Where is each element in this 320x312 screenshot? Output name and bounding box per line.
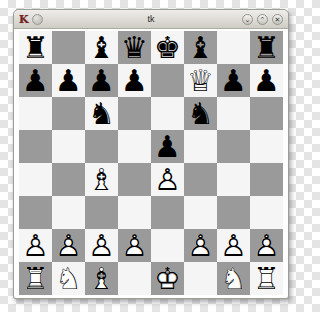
- square-b6[interactable]: [52, 97, 85, 130]
- white-pawn-piece: ♟♙: [118, 229, 151, 262]
- square-b3[interactable]: [52, 196, 85, 229]
- square-e5[interactable]: ♟: [151, 130, 184, 163]
- square-f6[interactable]: ♞: [184, 97, 217, 130]
- square-g4[interactable]: [217, 163, 250, 196]
- square-b8[interactable]: [52, 31, 85, 64]
- black-piece-glyph: ♜: [19, 31, 52, 64]
- white-rook-piece: ♜♖: [19, 262, 52, 295]
- white-piece-outline-glyph: ♘: [217, 262, 250, 295]
- square-c6[interactable]: ♞: [85, 97, 118, 130]
- square-c1[interactable]: ♝♗: [85, 262, 118, 295]
- square-h6[interactable]: [250, 97, 283, 130]
- black-piece-glyph: ♞: [85, 97, 118, 130]
- white-piece-outline-glyph: ♙: [118, 229, 151, 262]
- black-pawn-piece: ♟: [118, 64, 151, 97]
- square-a8[interactable]: ♜: [19, 31, 52, 64]
- black-piece-glyph: ♝: [85, 31, 118, 64]
- maximize-button[interactable]: ⌃: [257, 14, 268, 25]
- square-h5[interactable]: [250, 130, 283, 163]
- black-rook-piece: ♜: [250, 31, 283, 64]
- square-h4[interactable]: [250, 163, 283, 196]
- black-piece-glyph: ♟: [217, 64, 250, 97]
- square-h7[interactable]: ♟: [250, 64, 283, 97]
- black-bishop-piece: ♝: [184, 31, 217, 64]
- white-piece-outline-glyph: ♖: [19, 262, 52, 295]
- white-pawn-piece: ♟♙: [85, 229, 118, 262]
- white-piece-outline-glyph: ♙: [151, 163, 184, 196]
- square-e1[interactable]: ♚♔: [151, 262, 184, 295]
- square-g6[interactable]: [217, 97, 250, 130]
- black-pawn-piece: ♟: [217, 64, 250, 97]
- square-f2[interactable]: ♟♙: [184, 229, 217, 262]
- square-h2[interactable]: ♟♙: [250, 229, 283, 262]
- square-c5[interactable]: [85, 130, 118, 163]
- black-king-piece: ♚: [151, 31, 184, 64]
- square-h1[interactable]: ♜♖: [250, 262, 283, 295]
- white-knight-piece: ♞♘: [217, 262, 250, 295]
- square-d6[interactable]: [118, 97, 151, 130]
- white-bishop-piece: ♝♗: [85, 262, 118, 295]
- black-piece-glyph: ♝: [184, 31, 217, 64]
- black-piece-glyph: ♜: [250, 31, 283, 64]
- square-f4[interactable]: [184, 163, 217, 196]
- square-g2[interactable]: ♟♙: [217, 229, 250, 262]
- white-piece-outline-glyph: ♙: [85, 229, 118, 262]
- white-queen-piece: ♛♕: [184, 64, 217, 97]
- white-rook-piece: ♜♖: [250, 262, 283, 295]
- black-knight-piece: ♞: [184, 97, 217, 130]
- square-d4[interactable]: [118, 163, 151, 196]
- square-a1[interactable]: ♜♖: [19, 262, 52, 295]
- white-piece-outline-glyph: ♔: [151, 262, 184, 295]
- square-e8[interactable]: ♚: [151, 31, 184, 64]
- square-g5[interactable]: [217, 130, 250, 163]
- black-piece-glyph: ♞: [184, 97, 217, 130]
- black-pawn-piece: ♟: [19, 64, 52, 97]
- square-b1[interactable]: ♞♘: [52, 262, 85, 295]
- white-piece-outline-glyph: ♙: [217, 229, 250, 262]
- white-piece-outline-glyph: ♖: [250, 262, 283, 295]
- square-e7[interactable]: [151, 64, 184, 97]
- tk-logo-icon: K: [19, 14, 29, 25]
- white-king-piece: ♚♔: [151, 262, 184, 295]
- white-pawn-piece: ♟♙: [52, 229, 85, 262]
- square-a7[interactable]: ♟: [19, 64, 52, 97]
- square-f7[interactable]: ♛♕: [184, 64, 217, 97]
- minimize-button[interactable]: ⌄: [242, 14, 253, 25]
- square-f1[interactable]: [184, 262, 217, 295]
- square-d8[interactable]: ♛: [118, 31, 151, 64]
- square-b4[interactable]: [52, 163, 85, 196]
- white-bishop-piece: ♝♗: [85, 163, 118, 196]
- square-e2[interactable]: [151, 229, 184, 262]
- white-piece-outline-glyph: ♘: [52, 262, 85, 295]
- black-pawn-piece: ♟: [250, 64, 283, 97]
- black-piece-glyph: ♟: [85, 64, 118, 97]
- square-a6[interactable]: [19, 97, 52, 130]
- close-button[interactable]: ✕: [272, 14, 283, 25]
- square-h3[interactable]: [250, 196, 283, 229]
- square-b7[interactable]: ♟: [52, 64, 85, 97]
- white-piece-outline-glyph: ♙: [19, 229, 52, 262]
- black-piece-glyph: ♟: [118, 64, 151, 97]
- window-menu-icon[interactable]: [32, 14, 43, 25]
- square-g3[interactable]: [217, 196, 250, 229]
- square-d2[interactable]: ♟♙: [118, 229, 151, 262]
- square-d5[interactable]: [118, 130, 151, 163]
- title-bar[interactable]: K tk ⌄ ⌃ ✕: [14, 10, 288, 29]
- white-pawn-piece: ♟♙: [184, 229, 217, 262]
- square-c8[interactable]: ♝: [85, 31, 118, 64]
- square-c2[interactable]: ♟♙: [85, 229, 118, 262]
- square-h8[interactable]: ♜: [250, 31, 283, 64]
- square-d1[interactable]: [118, 262, 151, 295]
- window-controls: ⌄ ⌃ ✕: [242, 14, 283, 25]
- square-c7[interactable]: ♟: [85, 64, 118, 97]
- white-piece-outline-glyph: ♙: [250, 229, 283, 262]
- square-a2[interactable]: ♟♙: [19, 229, 52, 262]
- black-knight-piece: ♞: [85, 97, 118, 130]
- black-rook-piece: ♜: [19, 31, 52, 64]
- white-pawn-piece: ♟♙: [250, 229, 283, 262]
- white-piece-outline-glyph: ♕: [184, 64, 217, 97]
- black-queen-piece: ♛: [118, 31, 151, 64]
- chess-board: ♜♝♛♚♝♜♟♟♟♟♛♕♟♟♞♞♟♝♗♟♙♟♙♟♙♟♙♟♙♟♙♟♙♟♙♜♖♞♘♝…: [19, 31, 283, 295]
- square-f5[interactable]: [184, 130, 217, 163]
- square-a3[interactable]: [19, 196, 52, 229]
- square-b2[interactable]: ♟♙: [52, 229, 85, 262]
- square-b5[interactable]: [52, 130, 85, 163]
- white-piece-outline-glyph: ♙: [52, 229, 85, 262]
- square-d3[interactable]: [118, 196, 151, 229]
- black-piece-glyph: ♟: [19, 64, 52, 97]
- square-g1[interactable]: ♞♘: [217, 262, 250, 295]
- square-a5[interactable]: [19, 130, 52, 163]
- white-pawn-piece: ♟♙: [19, 229, 52, 262]
- square-g8[interactable]: [217, 31, 250, 64]
- square-e6[interactable]: [151, 97, 184, 130]
- white-piece-outline-glyph: ♗: [85, 163, 118, 196]
- black-pawn-piece: ♟: [85, 64, 118, 97]
- square-f3[interactable]: [184, 196, 217, 229]
- black-piece-glyph: ♛: [118, 31, 151, 64]
- white-piece-outline-glyph: ♗: [85, 262, 118, 295]
- square-e3[interactable]: [151, 196, 184, 229]
- square-d7[interactable]: ♟: [118, 64, 151, 97]
- black-pawn-piece: ♟: [151, 130, 184, 163]
- white-piece-outline-glyph: ♙: [184, 229, 217, 262]
- square-c3[interactable]: [85, 196, 118, 229]
- desktop-background: { "game": "chess", "position": { "fen": …: [0, 0, 300, 312]
- tk-window: K tk ⌄ ⌃ ✕ ♜♝♛♚♝♜♟♟♟♟♛♕♟♟♞♞♟♝♗♟♙♟♙♟♙♟♙♟♙…: [13, 9, 289, 299]
- black-bishop-piece: ♝: [85, 31, 118, 64]
- square-a4[interactable]: [19, 163, 52, 196]
- black-piece-glyph: ♚: [151, 31, 184, 64]
- black-piece-glyph: ♟: [151, 130, 184, 163]
- white-pawn-piece: ♟♙: [217, 229, 250, 262]
- square-g7[interactable]: ♟: [217, 64, 250, 97]
- black-piece-glyph: ♟: [250, 64, 283, 97]
- square-f8[interactable]: ♝: [184, 31, 217, 64]
- white-knight-piece: ♞♘: [52, 262, 85, 295]
- white-pawn-piece: ♟♙: [151, 163, 184, 196]
- square-c4[interactable]: ♝♗: [85, 163, 118, 196]
- black-pawn-piece: ♟: [52, 64, 85, 97]
- black-piece-glyph: ♟: [52, 64, 85, 97]
- square-e4[interactable]: ♟♙: [151, 163, 184, 196]
